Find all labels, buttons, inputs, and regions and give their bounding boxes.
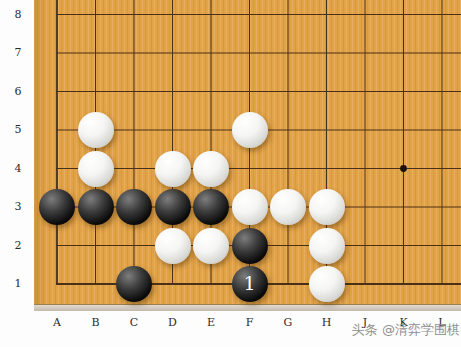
col-label-A: A	[45, 316, 69, 329]
stone-white-G3	[270, 189, 306, 225]
stone-black-F2	[232, 228, 268, 264]
board-left-edge-shade	[34, 0, 47, 304]
row-label-8: 8	[4, 8, 32, 21]
stone-white-B4	[78, 151, 114, 187]
stone-white-E2	[193, 228, 229, 264]
row-label-2: 2	[4, 239, 32, 252]
col-label-C: C	[122, 316, 146, 329]
col-label-B: B	[84, 316, 108, 329]
stone-white-F3	[232, 189, 268, 225]
row-label-4: 4	[4, 162, 32, 175]
row-label-7: 7	[4, 46, 32, 59]
stone-black-B3	[78, 189, 114, 225]
row-label-3: 3	[4, 200, 32, 213]
stone-black-C1	[116, 266, 152, 302]
stone-black-D3	[155, 189, 191, 225]
stone-white-E4	[193, 151, 229, 187]
stone-black-F1: 1	[232, 266, 268, 302]
move-number-label: 1	[243, 274, 255, 293]
row-label-5: 5	[4, 123, 32, 136]
stone-white-H2	[309, 228, 345, 264]
stone-black-C3	[116, 189, 152, 225]
stone-black-E3	[193, 189, 229, 225]
watermark: 头条 @清弈学围棋	[352, 321, 460, 339]
col-label-E: E	[199, 316, 223, 329]
stone-white-D2	[155, 228, 191, 264]
row-label-1: 1	[4, 277, 32, 290]
stone-white-F5	[232, 112, 268, 148]
stone-white-H3	[309, 189, 345, 225]
row-label-6: 6	[4, 85, 32, 98]
col-label-H: H	[315, 316, 339, 329]
stone-white-B5	[78, 112, 114, 148]
col-label-D: D	[161, 316, 185, 329]
go-diagram: 1 87654321 ABCDEFGHJKL 头条 @清弈学围棋	[0, 0, 461, 347]
board-bottom-edge	[34, 304, 461, 311]
stone-white-H1	[309, 266, 345, 302]
col-label-F: F	[238, 316, 262, 329]
stone-black-A3	[39, 189, 75, 225]
col-label-G: G	[276, 316, 300, 329]
stone-white-D4	[155, 151, 191, 187]
